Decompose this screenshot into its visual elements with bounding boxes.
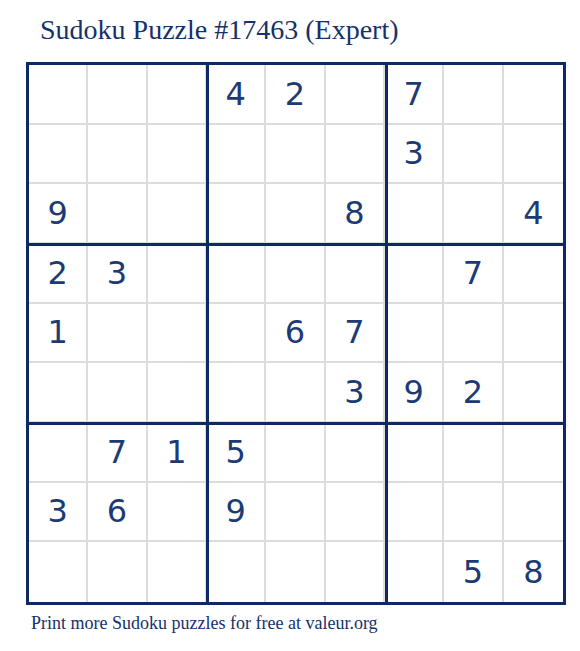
cell-r1c7: 7 xyxy=(385,65,444,125)
cell-r8c8 xyxy=(444,483,503,543)
cell-r8c5 xyxy=(266,483,325,543)
cell-r2c5 xyxy=(266,125,325,185)
cell-r7c5 xyxy=(266,423,325,483)
cell-r2c9 xyxy=(504,125,563,185)
page-title: Sudoku Puzzle #17463 (Expert) xyxy=(40,15,399,46)
box-divider-horizontal-1 xyxy=(29,243,563,246)
cell-r8c9 xyxy=(504,483,563,543)
cell-r6c4 xyxy=(207,363,266,423)
cell-r3c6: 8 xyxy=(326,184,385,244)
sudoku-print-page: Sudoku Puzzle #17463 (Expert) 4273984237… xyxy=(0,0,580,651)
cell-r6c3 xyxy=(148,363,207,423)
cell-r5c7 xyxy=(385,304,444,364)
cell-r9c8: 5 xyxy=(444,542,503,602)
cell-r2c3 xyxy=(148,125,207,185)
cell-r4c9 xyxy=(504,244,563,304)
cell-r1c9 xyxy=(504,65,563,125)
cell-r7c4: 5 xyxy=(207,423,266,483)
box-divider-vertical-1 xyxy=(206,65,209,602)
cell-r8c3 xyxy=(148,483,207,543)
sudoku-board: 427398423716739271536958 xyxy=(26,62,566,605)
cell-r8c2: 6 xyxy=(88,483,147,543)
cell-r7c7 xyxy=(385,423,444,483)
cell-r9c6 xyxy=(326,542,385,602)
cell-r3c7 xyxy=(385,184,444,244)
cell-r4c3 xyxy=(148,244,207,304)
cell-r4c6 xyxy=(326,244,385,304)
cell-r8c6 xyxy=(326,483,385,543)
cell-r1c2 xyxy=(88,65,147,125)
footer-text: Print more Sudoku puzzles for free at va… xyxy=(31,613,378,635)
cell-r3c3 xyxy=(148,184,207,244)
cell-r3c8 xyxy=(444,184,503,244)
cell-r6c7: 9 xyxy=(385,363,444,423)
cell-r7c3: 1 xyxy=(148,423,207,483)
cell-r2c6 xyxy=(326,125,385,185)
cell-r6c6: 3 xyxy=(326,363,385,423)
cell-r9c7 xyxy=(385,542,444,602)
cell-r7c6 xyxy=(326,423,385,483)
cell-r2c1 xyxy=(29,125,88,185)
cell-r9c5 xyxy=(266,542,325,602)
cell-r5c9 xyxy=(504,304,563,364)
cell-r5c2 xyxy=(88,304,147,364)
cell-r1c5: 2 xyxy=(266,65,325,125)
cell-r9c2 xyxy=(88,542,147,602)
cell-r6c1 xyxy=(29,363,88,423)
cell-r1c6 xyxy=(326,65,385,125)
cell-r4c1: 2 xyxy=(29,244,88,304)
cell-r9c4 xyxy=(207,542,266,602)
cell-r5c3 xyxy=(148,304,207,364)
cell-r7c8 xyxy=(444,423,503,483)
cell-r4c7 xyxy=(385,244,444,304)
cell-r5c5: 6 xyxy=(266,304,325,364)
cell-r7c1 xyxy=(29,423,88,483)
cell-r6c2 xyxy=(88,363,147,423)
box-divider-horizontal-2 xyxy=(29,422,563,425)
cell-r3c9: 4 xyxy=(504,184,563,244)
cell-r5c6: 7 xyxy=(326,304,385,364)
cell-r1c8 xyxy=(444,65,503,125)
cell-r4c4 xyxy=(207,244,266,304)
cell-r8c4: 9 xyxy=(207,483,266,543)
cell-r6c8: 2 xyxy=(444,363,503,423)
cell-r4c8: 7 xyxy=(444,244,503,304)
cell-r3c1: 9 xyxy=(29,184,88,244)
cell-r5c8 xyxy=(444,304,503,364)
cell-r5c4 xyxy=(207,304,266,364)
cell-r3c4 xyxy=(207,184,266,244)
box-divider-vertical-2 xyxy=(385,65,388,602)
cell-r3c2 xyxy=(88,184,147,244)
cell-r1c3 xyxy=(148,65,207,125)
cell-r8c7 xyxy=(385,483,444,543)
cell-r5c1: 1 xyxy=(29,304,88,364)
cell-r4c5 xyxy=(266,244,325,304)
cell-r9c3 xyxy=(148,542,207,602)
cell-r8c1: 3 xyxy=(29,483,88,543)
cell-r7c9 xyxy=(504,423,563,483)
cell-r4c2: 3 xyxy=(88,244,147,304)
cell-r6c5 xyxy=(266,363,325,423)
cell-r1c4: 4 xyxy=(207,65,266,125)
cell-r1c1 xyxy=(29,65,88,125)
cell-r2c7: 3 xyxy=(385,125,444,185)
cell-r2c8 xyxy=(444,125,503,185)
cell-r9c1 xyxy=(29,542,88,602)
cell-r2c4 xyxy=(207,125,266,185)
cell-r6c9 xyxy=(504,363,563,423)
cell-r9c9: 8 xyxy=(504,542,563,602)
cell-r2c2 xyxy=(88,125,147,185)
cell-r3c5 xyxy=(266,184,325,244)
cell-r7c2: 7 xyxy=(88,423,147,483)
